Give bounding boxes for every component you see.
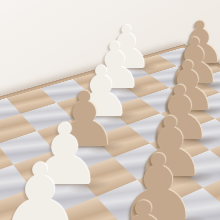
pieces-layer: ♟♟♟♟♟♟♟♟♟♟♟♟♟ [0,0,220,220]
piece-white-pawn-f1[interactable]: ♟ [0,152,82,220]
marble-chess-scene: ♟♟♟♟♟♟♟♟♟♟♟♟♟ [0,0,220,220]
piece-beige-pawn-h2[interactable]: ♟ [97,189,190,220]
